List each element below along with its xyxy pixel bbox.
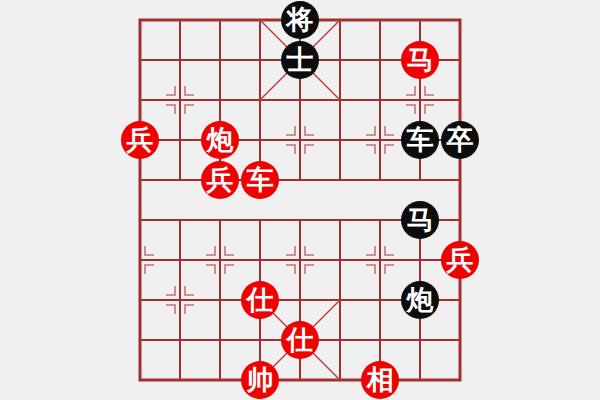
piece-red-advisor[interactable]: 仕 xyxy=(281,321,319,359)
point-marker xyxy=(366,145,375,154)
piece-black-chariot[interactable]: 车 xyxy=(401,121,439,159)
point-marker xyxy=(406,86,415,95)
point-marker xyxy=(185,105,194,114)
point-marker xyxy=(385,265,394,274)
point-marker xyxy=(145,265,154,274)
point-marker xyxy=(425,105,434,114)
point-marker xyxy=(406,105,415,114)
piece-red-soldier[interactable]: 兵 xyxy=(441,241,479,279)
point-marker xyxy=(305,126,314,135)
xiangqi-board: 将士马兵炮车卒兵车马兵仕炮仕帅相 xyxy=(0,0,600,400)
point-marker xyxy=(166,86,175,95)
piece-black-cannon[interactable]: 炮 xyxy=(401,281,439,319)
point-marker xyxy=(206,246,215,255)
point-marker xyxy=(166,305,175,314)
piece-black-soldier[interactable]: 卒 xyxy=(441,121,479,159)
point-marker xyxy=(385,126,394,135)
point-marker xyxy=(385,145,394,154)
piece-red-soldier[interactable]: 兵 xyxy=(121,121,159,159)
point-marker xyxy=(286,145,295,154)
point-marker xyxy=(206,265,215,274)
point-marker xyxy=(225,246,234,255)
point-marker xyxy=(366,246,375,255)
piece-red-horse[interactable]: 马 xyxy=(401,41,439,79)
point-marker xyxy=(166,286,175,295)
piece-black-advisor[interactable]: 士 xyxy=(281,41,319,79)
point-marker xyxy=(305,265,314,274)
point-marker xyxy=(425,86,434,95)
point-marker xyxy=(366,265,375,274)
piece-red-cannon[interactable]: 炮 xyxy=(201,121,239,159)
point-marker xyxy=(286,246,295,255)
piece-black-general[interactable]: 将 xyxy=(281,1,319,39)
point-marker xyxy=(286,265,295,274)
point-marker xyxy=(305,145,314,154)
point-marker xyxy=(185,305,194,314)
piece-red-advisor[interactable]: 仕 xyxy=(241,281,279,319)
point-marker xyxy=(185,86,194,95)
point-marker xyxy=(225,265,234,274)
point-marker xyxy=(366,126,375,135)
piece-red-general[interactable]: 帅 xyxy=(241,361,279,399)
piece-red-soldier[interactable]: 兵 xyxy=(201,161,239,199)
point-marker xyxy=(145,246,154,255)
point-marker xyxy=(166,105,175,114)
piece-red-elephant[interactable]: 相 xyxy=(361,361,399,399)
point-marker xyxy=(185,286,194,295)
point-marker xyxy=(305,246,314,255)
point-marker xyxy=(286,126,295,135)
point-marker xyxy=(385,246,394,255)
piece-red-chariot[interactable]: 车 xyxy=(241,161,279,199)
piece-black-horse[interactable]: 马 xyxy=(401,201,439,239)
